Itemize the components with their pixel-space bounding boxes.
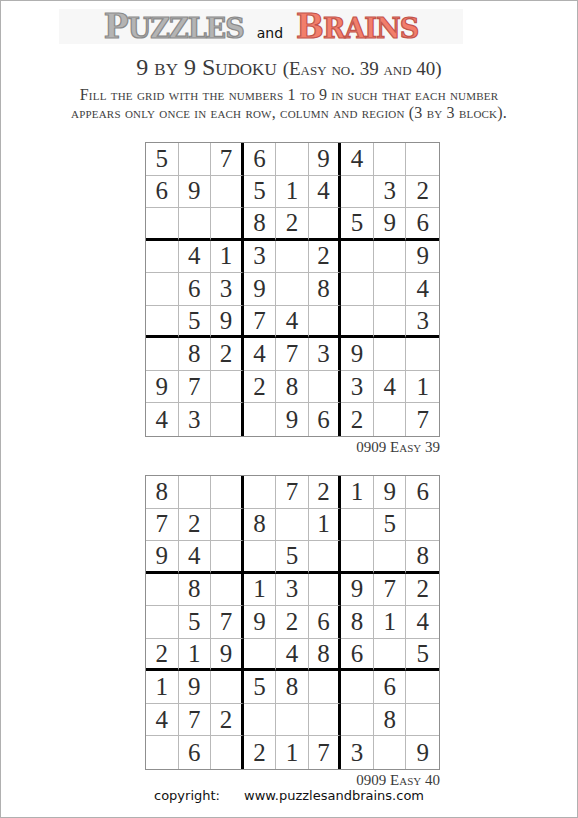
page: Puzzles and Brains 9 by 9 Sudoku(Easy no… (0, 0, 578, 818)
sudoku-cell-r1c3[interactable]: 7 (211, 143, 244, 176)
sudoku-cell-r5c8[interactable]: 1 (374, 606, 407, 639)
sudoku-cell-r4c8[interactable] (374, 241, 407, 274)
sudoku-cell-r3c5[interactable]: 2 (276, 208, 309, 241)
sudoku-cell-r5c5[interactable] (276, 273, 309, 306)
sudoku-cell-r8c9[interactable] (406, 704, 439, 737)
sudoku-cell-r3c9[interactable]: 8 (406, 541, 439, 574)
sudoku-cell-r2c8[interactable]: 5 (374, 509, 407, 542)
sudoku-cell-r9c3[interactable] (211, 736, 244, 769)
sudoku-cell-r7c8[interactable]: 6 (374, 671, 407, 704)
sudoku-cell-r1c1[interactable]: 8 (146, 476, 179, 509)
sudoku-cell-r9c8[interactable] (374, 403, 407, 436)
title-sub: (Easy no. 39 and 40) (283, 58, 442, 79)
sudoku-cell-r9c9[interactable]: 7 (406, 403, 439, 436)
sudoku-cell-r2c1[interactable]: 7 (146, 509, 179, 542)
sudoku-cell-r6c6[interactable]: 8 (309, 639, 342, 672)
sudoku-cell-r5c3[interactable]: 7 (211, 606, 244, 639)
sudoku-cell-r1c7[interactable]: 4 (341, 143, 374, 176)
sudoku-cell-r8c5[interactable]: 8 (276, 371, 309, 404)
sudoku-cell-r9c5[interactable]: 1 (276, 736, 309, 769)
sudoku-cell-r4c1[interactable] (146, 241, 179, 274)
sudoku-cell-r6c2[interactable]: 5 (179, 306, 212, 339)
sudoku-cell-r1c2[interactable] (179, 143, 212, 176)
sudoku-cell-r2c5[interactable]: 1 (276, 176, 309, 209)
sudoku-cell-r9c9[interactable]: 9 (406, 736, 439, 769)
sudoku-cell-r9c8[interactable] (374, 736, 407, 769)
sudoku-cell-r9c1[interactable] (146, 736, 179, 769)
sudoku-cell-r2c5[interactable] (276, 509, 309, 542)
instructions: Fill the grid with the numbers 1 to 9 in… (1, 86, 577, 121)
sudoku-cell-r8c2[interactable]: 7 (179, 371, 212, 404)
sudoku-cell-r2c2[interactable]: 9 (179, 176, 212, 209)
sudoku-cell-r2c7[interactable] (341, 509, 374, 542)
sudoku-cell-r4c8[interactable]: 7 (374, 574, 407, 607)
sudoku-cell-r5c7[interactable] (341, 273, 374, 306)
logo-word-brains: Brains (296, 9, 418, 46)
sudoku-cell-r2c6[interactable]: 4 (309, 176, 342, 209)
sudoku-cell-r1c9[interactable]: 6 (406, 476, 439, 509)
grid-label-39: 0909 Easy 39 (145, 439, 440, 456)
sudoku-cell-r1c3[interactable] (211, 476, 244, 509)
sudoku-cell-r2c4[interactable]: 5 (244, 176, 277, 209)
sudoku-cell-r2c7[interactable] (341, 176, 374, 209)
sudoku-cell-r8c7[interactable]: 3 (341, 371, 374, 404)
sudoku-cell-r6c3[interactable]: 9 (211, 306, 244, 339)
sudoku-cell-r8c2[interactable]: 7 (179, 704, 212, 737)
sudoku-cell-r9c4[interactable] (244, 403, 277, 436)
logo-conjunction: and (257, 16, 283, 51)
sudoku-cell-r9c6[interactable]: 6 (309, 403, 342, 436)
sudoku-cell-r5c7[interactable]: 8 (341, 606, 374, 639)
sudoku-cell-r1c2[interactable] (179, 476, 212, 509)
sudoku-cell-r6c3[interactable]: 9 (211, 639, 244, 672)
sudoku-cell-r5c1[interactable] (146, 273, 179, 306)
sudoku-cell-r8c1[interactable]: 9 (146, 371, 179, 404)
sudoku-cell-r7c1[interactable]: 1 (146, 671, 179, 704)
sudoku-cell-r3c9[interactable]: 6 (406, 208, 439, 241)
sudoku-cell-r3c4[interactable] (244, 541, 277, 574)
sudoku-cell-r4c9[interactable]: 9 (406, 241, 439, 274)
sudoku-cell-r7c5[interactable]: 8 (276, 671, 309, 704)
sudoku-cell-r4c9[interactable]: 2 (406, 574, 439, 607)
sudoku-cell-r3c6[interactable] (309, 541, 342, 574)
sudoku-cell-r3c3[interactable] (211, 541, 244, 574)
sudoku-cell-r2c9[interactable]: 2 (406, 176, 439, 209)
sudoku-cell-r4c7[interactable]: 9 (341, 574, 374, 607)
sudoku-cell-r5c9[interactable]: 4 (406, 273, 439, 306)
sudoku-cell-r5c8[interactable] (374, 273, 407, 306)
sudoku-cell-r2c3[interactable] (211, 509, 244, 542)
sudoku-cell-r5c1[interactable] (146, 606, 179, 639)
sudoku-cell-r7c6[interactable]: 3 (309, 338, 342, 371)
sudoku-cell-r6c9[interactable]: 3 (406, 306, 439, 339)
sudoku-cell-r9c7[interactable]: 2 (341, 403, 374, 436)
sudoku-cell-r1c7[interactable]: 1 (341, 476, 374, 509)
sudoku-cell-r5c6[interactable]: 8 (309, 273, 342, 306)
sudoku-cell-r8c8[interactable]: 8 (374, 704, 407, 737)
sudoku-cell-r6c8[interactable] (374, 639, 407, 672)
sudoku-cell-r1c9[interactable] (406, 143, 439, 176)
sudoku-cell-r2c9[interactable] (406, 509, 439, 542)
site-url[interactable]: www.puzzlesandbrains.com (244, 788, 424, 803)
sudoku-cell-r6c5[interactable]: 4 (276, 639, 309, 672)
sudoku-cell-r1c8[interactable] (374, 143, 407, 176)
sudoku-cell-r6c1[interactable] (146, 306, 179, 339)
sudoku-cell-r9c7[interactable]: 3 (341, 736, 374, 769)
sudoku-cell-r3c7[interactable] (341, 541, 374, 574)
sudoku-cell-r5c3[interactable]: 3 (211, 273, 244, 306)
sudoku-cell-r4c4[interactable]: 1 (244, 574, 277, 607)
instructions-line-1: Fill the grid with the numbers 1 to 9 in… (1, 86, 577, 104)
sudoku-cell-r5c5[interactable]: 2 (276, 606, 309, 639)
sudoku-cell-r4c5[interactable] (276, 241, 309, 274)
sudoku-cell-r9c2[interactable]: 6 (179, 736, 212, 769)
footer: copyright: www.puzzlesandbrains.com (1, 788, 577, 803)
sudoku-grid-40: 8721967281594588139725792681421948651958… (145, 475, 440, 770)
sudoku-cell-r1c4[interactable]: 6 (244, 143, 277, 176)
sudoku-cell-r9c6[interactable]: 7 (309, 736, 342, 769)
sudoku-cell-r7c5[interactable]: 7 (276, 338, 309, 371)
sudoku-cell-r8c6[interactable] (309, 704, 342, 737)
sudoku-cell-r6c2[interactable]: 1 (179, 639, 212, 672)
sudoku-cell-r3c2[interactable]: 4 (179, 541, 212, 574)
sudoku-cell-r8c8[interactable]: 4 (374, 371, 407, 404)
sudoku-cell-r4c2[interactable]: 4 (179, 241, 212, 274)
sudoku-cell-r2c6[interactable]: 1 (309, 509, 342, 542)
sudoku-cell-r7c1[interactable] (146, 338, 179, 371)
sudoku-cell-r6c8[interactable] (374, 306, 407, 339)
sudoku-cell-r1c5[interactable] (276, 143, 309, 176)
sudoku-cell-r8c1[interactable]: 4 (146, 704, 179, 737)
sudoku-cell-r4c3[interactable]: 1 (211, 241, 244, 274)
sudoku-cell-r1c1[interactable]: 5 (146, 143, 179, 176)
sudoku-cell-r7c2[interactable]: 9 (179, 671, 212, 704)
sudoku-cell-r8c6[interactable] (309, 371, 342, 404)
sudoku-cell-r6c9[interactable]: 5 (406, 639, 439, 672)
sudoku-cell-r9c2[interactable]: 3 (179, 403, 212, 436)
sudoku-cell-r1c4[interactable] (244, 476, 277, 509)
sudoku-cell-r8c9[interactable]: 1 (406, 371, 439, 404)
sudoku-cell-r7c7[interactable] (341, 671, 374, 704)
sudoku-cell-r2c8[interactable]: 3 (374, 176, 407, 209)
sudoku-cell-r4c7[interactable] (341, 241, 374, 274)
sudoku-cell-r7c3[interactable]: 2 (211, 338, 244, 371)
sudoku-cell-r4c4[interactable]: 3 (244, 241, 277, 274)
sudoku-cell-r4c5[interactable]: 3 (276, 574, 309, 607)
sudoku-cell-r4c1[interactable] (146, 574, 179, 607)
sudoku-cell-r3c8[interactable] (374, 541, 407, 574)
sudoku-cell-r5c6[interactable]: 6 (309, 606, 342, 639)
sudoku-cell-r9c1[interactable]: 4 (146, 403, 179, 436)
sudoku-cell-r2c4[interactable]: 8 (244, 509, 277, 542)
sudoku-cell-r1c5[interactable]: 7 (276, 476, 309, 509)
sudoku-cell-r6c6[interactable] (309, 306, 342, 339)
sudoku-cell-r8c3[interactable] (211, 371, 244, 404)
sudoku-cell-r7c3[interactable] (211, 671, 244, 704)
sudoku-cell-r4c3[interactable] (211, 574, 244, 607)
sudoku-cell-r6c7[interactable] (341, 306, 374, 339)
sudoku-cell-r7c9[interactable] (406, 338, 439, 371)
sudoku-cell-r9c3[interactable] (211, 403, 244, 436)
sudoku-cell-r4c6[interactable] (309, 574, 342, 607)
sudoku-cell-r3c1[interactable]: 9 (146, 541, 179, 574)
sudoku-cell-r2c1[interactable]: 6 (146, 176, 179, 209)
sudoku-cell-r5c2[interactable]: 6 (179, 273, 212, 306)
page-title: 9 by 9 Sudoku(Easy no. 39 and 40) (1, 54, 577, 82)
sudoku-cell-r7c4[interactable]: 4 (244, 338, 277, 371)
sudoku-cell-r6c7[interactable]: 6 (341, 639, 374, 672)
sudoku-cell-r7c8[interactable] (374, 338, 407, 371)
sudoku-cell-r7c7[interactable]: 9 (341, 338, 374, 371)
title-main: 9 by 9 Sudoku (136, 54, 276, 80)
sudoku-cell-r8c4[interactable]: 2 (244, 371, 277, 404)
sudoku-cell-r3c5[interactable]: 5 (276, 541, 309, 574)
sudoku-cell-r3c6[interactable] (309, 208, 342, 241)
grid-label-40: 0909 Easy 40 (145, 772, 440, 789)
sudoku-cell-r5c4[interactable]: 9 (244, 273, 277, 306)
sudoku-cell-r4c2[interactable]: 8 (179, 574, 212, 607)
sudoku-cell-r3c1[interactable] (146, 208, 179, 241)
sudoku-cell-r8c5[interactable] (276, 704, 309, 737)
sudoku-cell-r9c4[interactable]: 2 (244, 736, 277, 769)
sudoku-cell-r6c1[interactable]: 2 (146, 639, 179, 672)
sudoku-cell-r6c5[interactable]: 4 (276, 306, 309, 339)
sudoku-cell-r3c3[interactable] (211, 208, 244, 241)
sudoku-cell-r8c4[interactable] (244, 704, 277, 737)
logo-banner: Puzzles and Brains (59, 9, 463, 44)
sudoku-cell-r7c4[interactable]: 5 (244, 671, 277, 704)
sudoku-cell-r2c2[interactable]: 2 (179, 509, 212, 542)
instructions-line-2: appears only once in each row, column an… (1, 104, 577, 122)
sudoku-cell-r9c5[interactable]: 9 (276, 403, 309, 436)
sudoku-cell-r6c4[interactable]: 7 (244, 306, 277, 339)
sudoku-grid-39: 5769469514328259641329639845974382473997… (145, 142, 440, 437)
sudoku-cell-r3c4[interactable]: 8 (244, 208, 277, 241)
sudoku-cell-r5c9[interactable]: 4 (406, 606, 439, 639)
copyright-label: copyright: (154, 788, 220, 803)
sudoku-cell-r3c8[interactable]: 9 (374, 208, 407, 241)
sudoku-cell-r1c8[interactable]: 9 (374, 476, 407, 509)
sudoku-cell-r5c2[interactable]: 5 (179, 606, 212, 639)
sudoku-cell-r8c3[interactable]: 2 (211, 704, 244, 737)
sudoku-cell-r3c7[interactable]: 5 (341, 208, 374, 241)
sudoku-cell-r7c2[interactable]: 8 (179, 338, 212, 371)
sudoku-cell-r3c2[interactable] (179, 208, 212, 241)
sudoku-cell-r4c6[interactable]: 2 (309, 241, 342, 274)
sudoku-cell-r6c4[interactable] (244, 639, 277, 672)
logo-word-puzzles: Puzzles (104, 9, 244, 46)
sudoku-cell-r1c6[interactable]: 2 (309, 476, 342, 509)
sudoku-cell-r5c4[interactable]: 9 (244, 606, 277, 639)
sudoku-cell-r7c9[interactable] (406, 671, 439, 704)
sudoku-cell-r2c3[interactable] (211, 176, 244, 209)
sudoku-cell-r1c6[interactable]: 9 (309, 143, 342, 176)
sudoku-cell-r8c7[interactable] (341, 704, 374, 737)
sudoku-cell-r7c6[interactable] (309, 671, 342, 704)
